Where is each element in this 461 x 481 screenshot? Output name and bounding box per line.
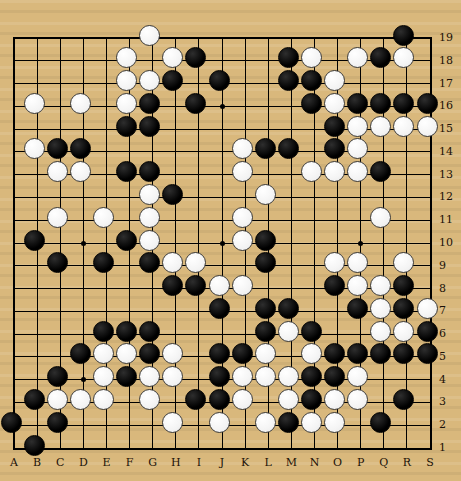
row-label: 11 <box>439 214 461 226</box>
stone-black[interactable] <box>393 25 414 46</box>
stone-black[interactable] <box>255 138 276 159</box>
stone-white[interactable] <box>232 161 253 182</box>
stone-white[interactable] <box>278 366 299 387</box>
stone-white[interactable] <box>70 161 91 182</box>
column-label: S <box>422 457 438 469</box>
stone-white[interactable] <box>209 275 230 296</box>
stone-white[interactable] <box>47 389 68 410</box>
column-label: G <box>145 457 161 469</box>
stone-white[interactable] <box>232 366 253 387</box>
stone-white[interactable] <box>255 343 276 364</box>
stone-white[interactable] <box>370 298 391 319</box>
row-label: 17 <box>439 78 461 90</box>
stone-black[interactable] <box>47 366 68 387</box>
stone-white[interactable] <box>278 389 299 410</box>
stone-white[interactable] <box>232 138 253 159</box>
column-label: Q <box>376 457 392 469</box>
stone-black[interactable] <box>301 321 322 342</box>
star-point <box>358 241 363 246</box>
stone-black[interactable] <box>278 47 299 68</box>
stone-white[interactable] <box>255 366 276 387</box>
stone-black[interactable] <box>301 389 322 410</box>
stone-black[interactable] <box>47 412 68 433</box>
stone-white[interactable] <box>417 298 438 319</box>
stone-black[interactable] <box>47 138 68 159</box>
stone-black[interactable] <box>370 412 391 433</box>
stone-black[interactable] <box>209 298 230 319</box>
stone-black[interactable] <box>278 70 299 91</box>
stone-white[interactable] <box>47 207 68 228</box>
column-label: I <box>191 457 207 469</box>
stone-black[interactable] <box>139 116 160 137</box>
go-board-screenshot: ABCDEFGHIJKLMNOPQRS191817161514131211109… <box>0 0 461 481</box>
row-label: 2 <box>439 419 461 431</box>
stone-black[interactable] <box>116 116 137 137</box>
stone-black[interactable] <box>301 366 322 387</box>
stone-black[interactable] <box>255 298 276 319</box>
row-label: 5 <box>439 351 461 363</box>
stone-white[interactable] <box>209 412 230 433</box>
row-label: 4 <box>439 374 461 386</box>
star-point <box>81 377 86 382</box>
row-label: 1 <box>439 442 461 454</box>
stone-white[interactable] <box>24 93 45 114</box>
stone-white[interactable] <box>24 138 45 159</box>
column-label: D <box>75 457 91 469</box>
stone-black[interactable] <box>24 230 45 251</box>
stone-white[interactable] <box>116 70 137 91</box>
stone-black[interactable] <box>278 412 299 433</box>
column-label: K <box>237 457 253 469</box>
row-label: 6 <box>439 328 461 340</box>
stone-white[interactable] <box>255 184 276 205</box>
stone-black[interactable] <box>209 343 230 364</box>
stone-black[interactable] <box>139 93 160 114</box>
stone-white[interactable] <box>116 93 137 114</box>
stone-black[interactable] <box>255 321 276 342</box>
stone-black[interactable] <box>47 252 68 273</box>
column-label: O <box>330 457 346 469</box>
stone-black[interactable] <box>232 343 253 364</box>
column-label: N <box>306 457 322 469</box>
column-label: A <box>6 457 22 469</box>
stone-white[interactable] <box>278 321 299 342</box>
row-label: 19 <box>439 32 461 44</box>
stone-white[interactable] <box>232 275 253 296</box>
stone-black[interactable] <box>209 389 230 410</box>
stone-black[interactable] <box>324 116 345 137</box>
stone-black[interactable] <box>116 230 137 251</box>
stone-white[interactable] <box>232 207 253 228</box>
stone-white[interactable] <box>393 116 414 137</box>
stone-white[interactable] <box>139 184 160 205</box>
column-label: B <box>29 457 45 469</box>
stone-white[interactable] <box>324 412 345 433</box>
stone-white[interactable] <box>70 93 91 114</box>
row-label: 18 <box>439 55 461 67</box>
stone-white[interactable] <box>70 389 91 410</box>
stone-white[interactable] <box>393 321 414 342</box>
column-label: L <box>260 457 276 469</box>
column-label: M <box>283 457 299 469</box>
stone-white[interactable] <box>93 366 114 387</box>
stone-black[interactable] <box>255 230 276 251</box>
stone-black[interactable] <box>1 412 22 433</box>
stone-white[interactable] <box>93 207 114 228</box>
stone-black[interactable] <box>24 389 45 410</box>
stone-black[interactable] <box>93 321 114 342</box>
stone-white[interactable] <box>162 412 183 433</box>
row-label: 8 <box>439 283 461 295</box>
stone-black[interactable] <box>255 252 276 273</box>
stone-black[interactable] <box>417 93 438 114</box>
column-label: F <box>122 457 138 469</box>
stone-white[interactable] <box>324 93 345 114</box>
stone-white[interactable] <box>347 389 368 410</box>
row-label: 10 <box>439 237 461 249</box>
stone-black[interactable] <box>347 298 368 319</box>
stone-white[interactable] <box>139 230 160 251</box>
stone-black[interactable] <box>139 321 160 342</box>
stone-white[interactable] <box>139 207 160 228</box>
stone-black[interactable] <box>347 93 368 114</box>
row-label: 9 <box>439 260 461 272</box>
stone-white[interactable] <box>93 389 114 410</box>
stone-black[interactable] <box>417 343 438 364</box>
stone-black[interactable] <box>370 93 391 114</box>
stone-black[interactable] <box>417 321 438 342</box>
stone-white[interactable] <box>324 70 345 91</box>
column-label: J <box>214 457 230 469</box>
star-point <box>81 241 86 246</box>
stone-white[interactable] <box>370 207 391 228</box>
stone-black[interactable] <box>301 70 322 91</box>
row-label: 16 <box>439 100 461 112</box>
row-label: 3 <box>439 396 461 408</box>
column-label: R <box>399 457 415 469</box>
stone-white[interactable] <box>370 116 391 137</box>
stone-white[interactable] <box>232 389 253 410</box>
stone-white[interactable] <box>47 161 68 182</box>
column-label: H <box>168 457 184 469</box>
stone-white[interactable] <box>255 412 276 433</box>
stone-black[interactable] <box>301 93 322 114</box>
stone-white[interactable] <box>301 161 322 182</box>
stone-white[interactable] <box>347 116 368 137</box>
star-point <box>220 241 225 246</box>
row-label: 12 <box>439 191 461 203</box>
stone-white[interactable] <box>417 116 438 137</box>
stone-white[interactable] <box>139 389 160 410</box>
column-label: P <box>353 457 369 469</box>
stone-black[interactable] <box>209 366 230 387</box>
stone-white[interactable] <box>232 230 253 251</box>
stone-black[interactable] <box>209 70 230 91</box>
stone-white[interactable] <box>324 389 345 410</box>
column-label: C <box>52 457 68 469</box>
star-point <box>220 104 225 109</box>
stone-black[interactable] <box>278 298 299 319</box>
stone-black[interactable] <box>116 321 137 342</box>
row-label: 15 <box>439 123 461 135</box>
stone-black[interactable] <box>324 275 345 296</box>
stone-white[interactable] <box>301 412 322 433</box>
row-label: 14 <box>439 146 461 158</box>
row-label: 7 <box>439 305 461 317</box>
stone-white[interactable] <box>370 321 391 342</box>
stone-black[interactable] <box>24 435 45 456</box>
column-label: E <box>98 457 114 469</box>
stone-white[interactable] <box>139 25 160 46</box>
row-label: 13 <box>439 169 461 181</box>
